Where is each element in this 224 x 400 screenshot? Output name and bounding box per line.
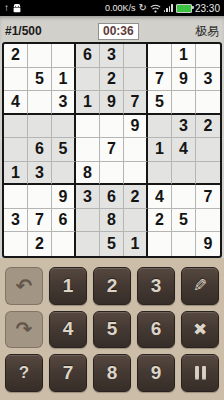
cell-r8c3[interactable]: 6 xyxy=(52,209,76,233)
cell-r4c7[interactable] xyxy=(148,115,172,139)
pencil-icon: ✎ xyxy=(193,275,207,296)
hint-icon: ? xyxy=(19,363,29,383)
cell-r7c9[interactable]: 7 xyxy=(196,185,220,209)
cell-r2c7[interactable]: 7 xyxy=(148,68,172,92)
erase-icon: ✖ xyxy=(193,319,207,340)
sudoku-board: 2631512793431975932657141389362473768252… xyxy=(2,42,222,258)
data-sync-icon: ↻ xyxy=(139,3,147,13)
cell-r2c4[interactable] xyxy=(76,68,100,92)
pause-icon xyxy=(195,366,206,380)
cell-r6c9[interactable] xyxy=(196,162,220,186)
cell-r2c6[interactable] xyxy=(124,68,148,92)
cell-r9c4[interactable] xyxy=(76,232,100,256)
cell-r6c6[interactable] xyxy=(124,162,148,186)
cell-r2c1[interactable] xyxy=(4,68,28,92)
status-bar: ↑ 0.00K/s ↻ xyxy=(0,0,224,16)
cell-r2c2[interactable]: 5 xyxy=(28,68,52,92)
cell-r7c6[interactable]: 2 xyxy=(124,185,148,209)
cell-r7c3[interactable]: 9 xyxy=(52,185,76,209)
cell-r5c9[interactable] xyxy=(196,138,220,162)
cell-r3c6[interactable]: 7 xyxy=(124,91,148,115)
cell-r3c8[interactable] xyxy=(172,91,196,115)
cell-r5c7[interactable]: 1 xyxy=(148,138,172,162)
game-header: #1/500 00:36 极易 xyxy=(0,16,224,42)
cell-r2c5[interactable]: 2 xyxy=(100,68,124,92)
network-speed: 0.00K/s xyxy=(105,3,136,13)
keypad-pencil-button[interactable]: ✎ xyxy=(181,267,219,305)
keypad-digit-4-button[interactable]: 4 xyxy=(49,311,87,349)
cell-r7c2[interactable] xyxy=(28,185,52,209)
keypad: ↶123✎↷456✖?789 xyxy=(0,258,224,400)
keypad-redo-button[interactable]: ↷ xyxy=(5,311,43,349)
cell-r9c7[interactable] xyxy=(148,232,172,256)
cell-r7c8[interactable] xyxy=(172,185,196,209)
battery-icon xyxy=(176,4,192,13)
cell-r2c8[interactable]: 9 xyxy=(172,68,196,92)
cell-r4c9[interactable]: 2 xyxy=(196,115,220,139)
cell-r9c8[interactable] xyxy=(172,232,196,256)
cell-r8c4[interactable] xyxy=(76,209,100,233)
cell-r1c6[interactable] xyxy=(124,44,148,68)
cell-r3c1[interactable]: 4 xyxy=(4,91,28,115)
cell-r1c3[interactable] xyxy=(52,44,76,68)
cell-r1c5[interactable]: 3 xyxy=(100,44,124,68)
cell-r1c4[interactable]: 6 xyxy=(76,44,100,68)
cell-r7c1[interactable] xyxy=(4,185,28,209)
sudoku-app: ↑ 0.00K/s ↻ xyxy=(0,0,224,400)
cell-r7c7[interactable]: 4 xyxy=(148,185,172,209)
timer[interactable]: 00:36 xyxy=(98,23,139,40)
keypad-digit-8-button[interactable]: 8 xyxy=(93,354,131,392)
cell-r4c3[interactable] xyxy=(52,115,76,139)
board-area: 2631512793431975932657141389362473768252… xyxy=(0,42,224,258)
keypad-erase-button[interactable]: ✖ xyxy=(181,311,219,349)
cell-r1c1[interactable]: 2 xyxy=(4,44,28,68)
cell-r7c5[interactable]: 6 xyxy=(100,185,124,209)
cell-r8c5[interactable]: 8 xyxy=(100,209,124,233)
keypad-digit-1-button[interactable]: 1 xyxy=(49,267,87,305)
cell-r4c1[interactable] xyxy=(4,115,28,139)
cell-r1c8[interactable]: 1 xyxy=(172,44,196,68)
cell-r8c9[interactable] xyxy=(196,209,220,233)
keypad-hint-button[interactable]: ? xyxy=(5,354,43,392)
keypad-digit-2-button[interactable]: 2 xyxy=(93,267,131,305)
cell-r8c2[interactable]: 7 xyxy=(28,209,52,233)
keypad-digit-7-button[interactable]: 7 xyxy=(49,354,87,392)
cell-r4c4[interactable] xyxy=(76,115,100,139)
cell-r4c2[interactable] xyxy=(28,115,52,139)
cell-r5c6[interactable] xyxy=(124,138,148,162)
cell-r2c3[interactable]: 1 xyxy=(52,68,76,92)
cell-r9c6[interactable]: 1 xyxy=(124,232,148,256)
cell-r3c7[interactable]: 5 xyxy=(148,91,172,115)
cell-r9c5[interactable]: 5 xyxy=(100,232,124,256)
clock: 23:30 xyxy=(195,3,220,14)
signal-strength-icon xyxy=(164,4,173,12)
cell-r4c6[interactable]: 9 xyxy=(124,115,148,139)
cell-r6c3[interactable] xyxy=(52,162,76,186)
difficulty-label: 极易 xyxy=(195,23,219,40)
cell-r6c7[interactable] xyxy=(148,162,172,186)
cell-r8c1[interactable]: 3 xyxy=(4,209,28,233)
cell-r3c9[interactable] xyxy=(196,91,220,115)
keypad-digit-6-button[interactable]: 6 xyxy=(137,311,175,349)
wifi-icon xyxy=(150,4,161,13)
cell-r3c3[interactable]: 3 xyxy=(52,91,76,115)
puzzle-number: #1/500 xyxy=(5,24,42,38)
cell-r3c2[interactable] xyxy=(28,91,52,115)
cell-r5c2[interactable]: 6 xyxy=(28,138,52,162)
cell-r8c6[interactable] xyxy=(124,209,148,233)
cell-r4c8[interactable]: 3 xyxy=(172,115,196,139)
android-robot-icon xyxy=(11,4,23,13)
cell-r3c5[interactable]: 9 xyxy=(100,91,124,115)
status-bar-left: ↑ xyxy=(4,3,23,13)
cell-r6c2[interactable]: 3 xyxy=(28,162,52,186)
cell-r1c9[interactable] xyxy=(196,44,220,68)
keypad-digit-5-button[interactable]: 5 xyxy=(93,311,131,349)
cell-r5c1[interactable] xyxy=(4,138,28,162)
cell-r5c8[interactable]: 4 xyxy=(172,138,196,162)
keypad-digit-3-button[interactable]: 3 xyxy=(137,267,175,305)
cell-r5c5[interactable]: 7 xyxy=(100,138,124,162)
cell-r7c4[interactable]: 3 xyxy=(76,185,100,209)
cell-r6c5[interactable] xyxy=(100,162,124,186)
cell-r5c4[interactable] xyxy=(76,138,100,162)
cell-r9c1[interactable] xyxy=(4,232,28,256)
cell-r2c9[interactable]: 3 xyxy=(196,68,220,92)
upload-arrow-icon: ↑ xyxy=(4,3,9,13)
cell-r6c8[interactable] xyxy=(172,162,196,186)
cell-r8c7[interactable]: 2 xyxy=(148,209,172,233)
cell-r6c4[interactable]: 8 xyxy=(76,162,100,186)
cell-r9c9[interactable]: 9 xyxy=(196,232,220,256)
cell-r4c5[interactable] xyxy=(100,115,124,139)
cell-r9c2[interactable]: 2 xyxy=(28,232,52,256)
cell-r8c8[interactable]: 5 xyxy=(172,209,196,233)
cell-r1c2[interactable] xyxy=(28,44,52,68)
keypad-undo-button[interactable]: ↶ xyxy=(5,267,43,305)
keypad-pause-button[interactable] xyxy=(181,354,219,392)
cell-r5c3[interactable]: 5 xyxy=(52,138,76,162)
cell-r6c1[interactable]: 1 xyxy=(4,162,28,186)
cell-r1c7[interactable] xyxy=(148,44,172,68)
cell-r9c3[interactable] xyxy=(52,232,76,256)
cell-r3c4[interactable]: 1 xyxy=(76,91,100,115)
keypad-digit-9-button[interactable]: 9 xyxy=(137,354,175,392)
redo-icon: ↷ xyxy=(16,317,33,341)
undo-icon: ↶ xyxy=(16,274,33,298)
